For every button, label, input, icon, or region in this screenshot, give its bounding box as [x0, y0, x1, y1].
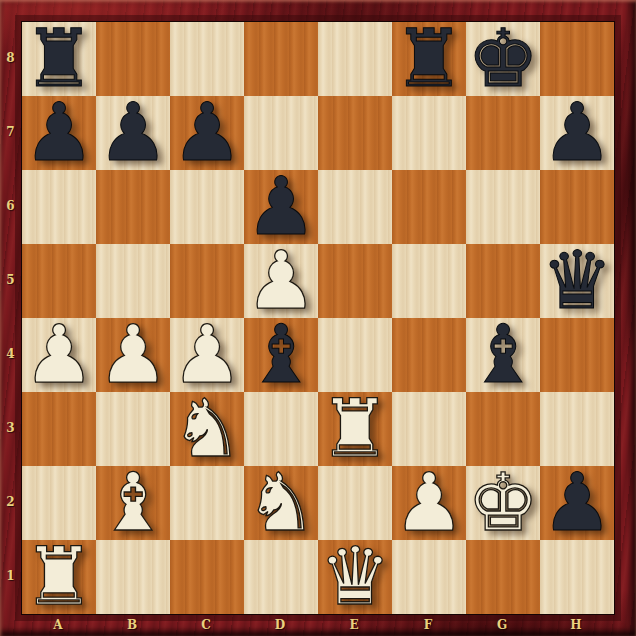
square-c4[interactable]: ♟ — [170, 318, 244, 392]
square-f8[interactable]: ♜ — [392, 22, 466, 96]
square-a6[interactable] — [22, 170, 96, 244]
white-bishop-b2[interactable]: ♝ — [96, 466, 170, 540]
rank-label-6: 6 — [0, 169, 21, 243]
square-e7[interactable] — [318, 96, 392, 170]
square-a4[interactable]: ♟ — [22, 318, 96, 392]
white-pawn-d5[interactable]: ♟ — [244, 244, 318, 318]
square-b5[interactable] — [96, 244, 170, 318]
square-e2[interactable] — [318, 466, 392, 540]
white-queen-e1[interactable]: ♛ — [318, 540, 392, 614]
square-f5[interactable] — [392, 244, 466, 318]
black-pawn-d6[interactable]: ♟ — [244, 170, 318, 244]
square-f3[interactable] — [392, 392, 466, 466]
square-a5[interactable] — [22, 244, 96, 318]
square-e3[interactable]: ♜ — [318, 392, 392, 466]
square-b2[interactable]: ♝ — [96, 466, 170, 540]
rank-label-2: 2 — [0, 465, 21, 539]
square-d8[interactable] — [244, 22, 318, 96]
square-c8[interactable] — [170, 22, 244, 96]
square-h1[interactable] — [540, 540, 614, 614]
square-f7[interactable] — [392, 96, 466, 170]
rank-label-8: 8 — [0, 21, 21, 95]
file-label-b: B — [95, 615, 169, 636]
square-d6[interactable]: ♟ — [244, 170, 318, 244]
black-pawn-c7[interactable]: ♟ — [170, 96, 244, 170]
chess-board: ♜♜♚♟♟♟♟♟♟♛♟♟♟♝♝♞♜♝♞♟♚♟♜♛ — [21, 21, 615, 615]
square-g6[interactable] — [466, 170, 540, 244]
square-b1[interactable] — [96, 540, 170, 614]
square-c1[interactable] — [170, 540, 244, 614]
file-label-g: G — [465, 615, 539, 636]
white-pawn-f2[interactable]: ♟ — [392, 466, 466, 540]
square-a8[interactable]: ♜ — [22, 22, 96, 96]
rank-label-5: 5 — [0, 243, 21, 317]
square-e6[interactable] — [318, 170, 392, 244]
file-label-f: F — [391, 615, 465, 636]
white-knight-d2[interactable]: ♞ — [244, 466, 318, 540]
square-h7[interactable]: ♟ — [540, 96, 614, 170]
white-pawn-b4[interactable]: ♟ — [96, 318, 170, 392]
square-d2[interactable]: ♞ — [244, 466, 318, 540]
square-h8[interactable] — [540, 22, 614, 96]
square-f4[interactable] — [392, 318, 466, 392]
square-b8[interactable] — [96, 22, 170, 96]
square-e4[interactable] — [318, 318, 392, 392]
black-bishop-g4[interactable]: ♝ — [466, 318, 540, 392]
square-a3[interactable] — [22, 392, 96, 466]
file-label-d: D — [243, 615, 317, 636]
square-b4[interactable]: ♟ — [96, 318, 170, 392]
square-e1[interactable]: ♛ — [318, 540, 392, 614]
square-g7[interactable] — [466, 96, 540, 170]
file-label-c: C — [169, 615, 243, 636]
square-g3[interactable] — [466, 392, 540, 466]
black-pawn-b7[interactable]: ♟ — [96, 96, 170, 170]
white-king-g2[interactable]: ♚ — [466, 466, 540, 540]
chess-board-frame: ♜♜♚♟♟♟♟♟♟♛♟♟♟♝♝♞♜♝♞♟♚♟♜♛ 87654321 ABCDEF… — [0, 0, 636, 636]
rank-label-7: 7 — [0, 95, 21, 169]
file-label-e: E — [317, 615, 391, 636]
black-pawn-h2[interactable]: ♟ — [540, 466, 614, 540]
square-f1[interactable] — [392, 540, 466, 614]
square-d5[interactable]: ♟ — [244, 244, 318, 318]
square-d1[interactable] — [244, 540, 318, 614]
square-h5[interactable]: ♛ — [540, 244, 614, 318]
square-b6[interactable] — [96, 170, 170, 244]
white-pawn-a4[interactable]: ♟ — [22, 318, 96, 392]
rank-label-1: 1 — [0, 539, 21, 613]
square-b7[interactable]: ♟ — [96, 96, 170, 170]
square-d3[interactable] — [244, 392, 318, 466]
square-h2[interactable]: ♟ — [540, 466, 614, 540]
square-g4[interactable]: ♝ — [466, 318, 540, 392]
black-rook-f8[interactable]: ♜ — [392, 22, 466, 96]
square-c6[interactable] — [170, 170, 244, 244]
square-c7[interactable]: ♟ — [170, 96, 244, 170]
square-g2[interactable]: ♚ — [466, 466, 540, 540]
square-h6[interactable] — [540, 170, 614, 244]
black-rook-a8[interactable]: ♜ — [22, 22, 96, 96]
white-rook-a1[interactable]: ♜ — [22, 540, 96, 614]
white-pawn-c4[interactable]: ♟ — [170, 318, 244, 392]
square-g5[interactable] — [466, 244, 540, 318]
square-h3[interactable] — [540, 392, 614, 466]
square-e5[interactable] — [318, 244, 392, 318]
rank-label-3: 3 — [0, 391, 21, 465]
square-h4[interactable] — [540, 318, 614, 392]
square-f6[interactable] — [392, 170, 466, 244]
black-pawn-a7[interactable]: ♟ — [22, 96, 96, 170]
white-knight-c3[interactable]: ♞ — [170, 392, 244, 466]
black-queen-h5[interactable]: ♛ — [540, 244, 614, 318]
square-e8[interactable] — [318, 22, 392, 96]
square-g8[interactable]: ♚ — [466, 22, 540, 96]
square-a1[interactable]: ♜ — [22, 540, 96, 614]
black-bishop-d4[interactable]: ♝ — [244, 318, 318, 392]
square-d7[interactable] — [244, 96, 318, 170]
square-c5[interactable] — [170, 244, 244, 318]
square-c3[interactable]: ♞ — [170, 392, 244, 466]
square-b3[interactable] — [96, 392, 170, 466]
square-a7[interactable]: ♟ — [22, 96, 96, 170]
square-d4[interactable]: ♝ — [244, 318, 318, 392]
file-label-a: A — [21, 615, 95, 636]
square-c2[interactable] — [170, 466, 244, 540]
white-rook-e3[interactable]: ♜ — [318, 392, 392, 466]
file-label-h: H — [539, 615, 613, 636]
square-a2[interactable] — [22, 466, 96, 540]
square-f2[interactable]: ♟ — [392, 466, 466, 540]
square-g1[interactable] — [466, 540, 540, 614]
black-pawn-h7[interactable]: ♟ — [540, 96, 614, 170]
rank-label-4: 4 — [0, 317, 21, 391]
black-king-g8[interactable]: ♚ — [466, 22, 540, 96]
